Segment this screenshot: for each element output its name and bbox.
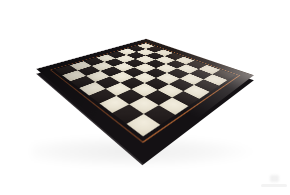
- watermark-text-blur: [261, 184, 287, 188]
- watermark-logo-icon: [270, 175, 279, 182]
- board-squares: [55, 43, 235, 136]
- product-photo-scene: [0, 0, 290, 195]
- watermark: [260, 175, 288, 188]
